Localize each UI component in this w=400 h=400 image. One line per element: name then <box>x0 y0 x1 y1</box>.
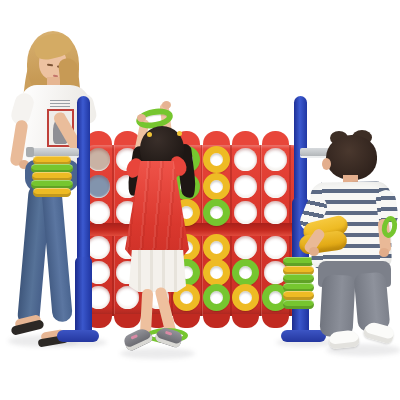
right-post-foot <box>281 330 326 342</box>
woman-jeans-leg-right <box>41 183 73 322</box>
held-ring-stack-left <box>31 156 73 198</box>
left-post-sleeve <box>75 257 92 339</box>
hole-r1-c6 <box>234 148 257 171</box>
ring-yellow-r1-c5 <box>203 146 230 173</box>
girl-hair-clip-left <box>147 132 152 137</box>
hole-r4-c7 <box>264 236 287 259</box>
girl-hand-right <box>162 101 171 109</box>
board-mid-rail <box>88 223 298 236</box>
hole-r2-c6 <box>234 175 257 198</box>
hole-r3-c6 <box>234 201 257 224</box>
left-post-foot <box>57 330 99 342</box>
hole-r1-c7 <box>264 148 287 171</box>
bottom-scallop-4 <box>173 314 200 328</box>
post-stack-green-ring-1 <box>283 257 314 266</box>
hole-r3-c7 <box>264 201 287 224</box>
boy-hand-left <box>309 247 319 256</box>
hole-r2-c7 <box>264 175 287 198</box>
ring-green-r3-c5 <box>203 199 230 226</box>
girl-white-skirt <box>129 250 186 292</box>
boy-hand-right <box>379 248 389 257</box>
held-stack-yellow-ring-5 <box>33 188 71 197</box>
giant-connect-four-product-photo <box>0 0 400 400</box>
girl-hand-left <box>137 114 146 122</box>
boy-shoe-right <box>362 320 396 345</box>
right-post-ring-stack <box>283 257 314 311</box>
post-stack-green-ring-6 <box>283 300 314 309</box>
ring-green-r6-c5 <box>203 284 230 311</box>
bottom-scallop-2 <box>114 314 141 328</box>
boy-shoe-left <box>328 329 360 349</box>
ring-yellow-r2-c5 <box>203 173 230 200</box>
woman-shirt-print-text <box>50 100 70 108</box>
ring-yellow-r6-c6 <box>232 284 259 311</box>
post-stack-green-ring-3 <box>283 274 314 283</box>
bottom-scallop-5 <box>203 314 230 328</box>
ring-yellow-r4-c5 <box>203 234 230 261</box>
ring-yellow-r5-c5 <box>203 259 230 286</box>
boy-hair <box>326 135 377 180</box>
left-ring-tray <box>27 148 79 156</box>
boy-ear <box>322 158 331 170</box>
bottom-scallop-7 <box>262 314 289 328</box>
boy-leg-left <box>319 274 355 338</box>
girl-hair-clip-right <box>177 131 182 136</box>
hole-r4-c6 <box>234 236 257 259</box>
post-stack-yellow-ring-5 <box>283 291 314 300</box>
bottom-scallop-6 <box>232 314 259 328</box>
ring-green-r5-c6 <box>232 259 259 286</box>
